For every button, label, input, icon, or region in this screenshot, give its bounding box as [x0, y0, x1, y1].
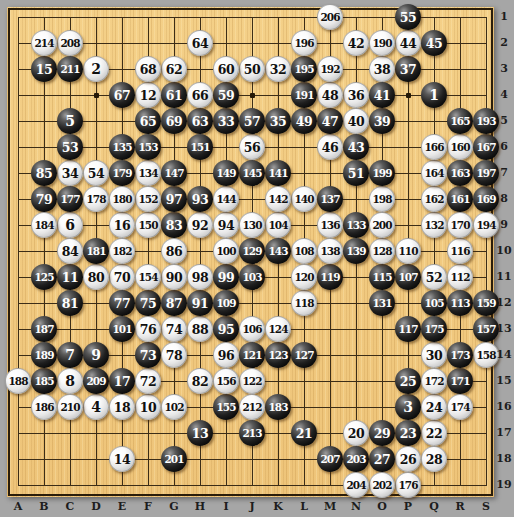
- white-stone-72-F15: 72: [135, 368, 161, 394]
- black-stone-107-P11: 107: [395, 264, 421, 290]
- black-stone-97-G8: 97: [161, 186, 187, 212]
- black-stone-75-F12: 75: [135, 290, 161, 316]
- black-stone-35-K5: 35: [265, 108, 291, 134]
- column-label-P: P: [395, 500, 421, 514]
- white-stone-184-B9: 184: [31, 212, 57, 238]
- white-stone-42-N2: 42: [343, 30, 369, 56]
- black-stone-11-C11: 11: [57, 264, 83, 290]
- white-stone-20-N17: 20: [343, 420, 369, 446]
- white-stone-118-L12: 118: [291, 290, 317, 316]
- white-stone-4-D16: 4: [83, 394, 109, 420]
- black-stone-27-O18: 27: [369, 446, 395, 472]
- white-stone-120-L11: 120: [291, 264, 317, 290]
- go-game-diagram: 1234567891011121314151617182021222324252…: [0, 0, 514, 517]
- row-label-4: 4: [494, 82, 514, 108]
- black-stone-207-M18: 207: [317, 446, 343, 472]
- black-stone-133-N9: 133: [343, 212, 369, 238]
- white-stone-102-G16: 102: [161, 394, 187, 420]
- black-stone-185-B15: 185: [31, 368, 57, 394]
- white-stone-186-B16: 186: [31, 394, 57, 420]
- row-label-10: 10: [494, 238, 514, 264]
- white-stone-138-M10: 138: [317, 238, 343, 264]
- black-stone-29-O17: 29: [369, 420, 395, 446]
- row-label-12: 12: [494, 290, 514, 316]
- row-label-9: 9: [494, 212, 514, 238]
- black-stone-123-K14: 123: [265, 342, 291, 368]
- row-label-16: 16: [494, 394, 514, 420]
- white-stone-74-G13: 74: [161, 316, 187, 342]
- black-stone-43-N6: 43: [343, 134, 369, 160]
- white-stone-86-G10: 86: [161, 238, 187, 264]
- black-stone-161-R8: 161: [447, 186, 473, 212]
- row-label-5: 5: [494, 108, 514, 134]
- white-stone-122-J15: 122: [239, 368, 265, 394]
- black-stone-151-H6: 151: [187, 134, 213, 160]
- black-stone-139-N10: 139: [343, 238, 369, 264]
- row-label-11: 11: [494, 264, 514, 290]
- white-stone-200-O9: 200: [369, 212, 395, 238]
- white-stone-6-C9: 6: [57, 212, 83, 238]
- black-stone-211-C3: 211: [57, 56, 83, 82]
- black-stone-203-N18: 203: [343, 446, 369, 472]
- white-stone-18-E16: 18: [109, 394, 135, 420]
- black-stone-93-H8: 93: [187, 186, 213, 212]
- white-stone-22-Q17: 22: [421, 420, 447, 446]
- black-stone-165-R5: 165: [447, 108, 473, 134]
- white-stone-10-F16: 10: [135, 394, 161, 420]
- row-label-6: 6: [494, 134, 514, 160]
- row-label-3: 3: [494, 56, 514, 82]
- black-stone-127-L14: 127: [291, 342, 317, 368]
- white-stone-2-D3: 2: [83, 56, 109, 82]
- white-stone-32-K3: 32: [265, 56, 291, 82]
- black-stone-179-E7: 179: [109, 160, 135, 186]
- row-label-8: 8: [494, 186, 514, 212]
- black-stone-145-J7: 145: [239, 160, 265, 186]
- white-stone-92-H9: 92: [187, 212, 213, 238]
- black-stone-51-N7: 51: [343, 160, 369, 186]
- black-stone-41-O4: 41: [369, 82, 395, 108]
- black-stone-199-O7: 199: [369, 160, 395, 186]
- row-label-18: 18: [494, 446, 514, 472]
- board-intersections[interactable]: 1234567891011121314151617182021222324252…: [5, 4, 499, 498]
- black-stone-67-E4: 67: [109, 82, 135, 108]
- white-stone-30-Q14: 30: [421, 342, 447, 368]
- white-stone-202-O19: 202: [369, 472, 395, 498]
- white-stone-68-F3: 68: [135, 56, 161, 82]
- white-stone-188-A15: 188: [5, 368, 31, 394]
- white-stone-136-M9: 136: [317, 212, 343, 238]
- black-stone-105-Q12: 105: [421, 290, 447, 316]
- column-label-Q: Q: [421, 500, 447, 514]
- white-stone-62-G3: 62: [161, 56, 187, 82]
- black-stone-91-H12: 91: [187, 290, 213, 316]
- black-stone-53-C6: 53: [57, 134, 83, 160]
- black-stone-15-B3: 15: [31, 56, 57, 82]
- white-stone-214-B2: 214: [31, 30, 57, 56]
- black-stone-73-F14: 73: [135, 342, 161, 368]
- column-label-L: L: [291, 500, 317, 514]
- black-stone-113-R12: 113: [447, 290, 473, 316]
- row-label-14: 14: [494, 342, 514, 368]
- column-label-R: R: [447, 500, 473, 514]
- white-stone-206-M1: 206: [317, 4, 343, 30]
- white-stone-106-J13: 106: [239, 316, 265, 342]
- black-stone-87-G12: 87: [161, 290, 187, 316]
- white-stone-36-N4: 36: [343, 82, 369, 108]
- black-stone-131-O12: 131: [369, 290, 395, 316]
- white-stone-176-P19: 176: [395, 472, 421, 498]
- black-stone-101-E13: 101: [109, 316, 135, 342]
- black-stone-37-P3: 37: [395, 56, 421, 82]
- black-stone-17-E15: 17: [109, 368, 135, 394]
- white-stone-212-J16: 212: [239, 394, 265, 420]
- black-stone-153-F6: 153: [135, 134, 161, 160]
- black-stone-147-G7: 147: [161, 160, 187, 186]
- row-label-19: 19: [494, 472, 514, 498]
- white-stone-46-M6: 46: [317, 134, 343, 160]
- white-stone-70-E11: 70: [109, 264, 135, 290]
- row-label-17: 17: [494, 420, 514, 446]
- black-stone-143-K10: 143: [265, 238, 291, 264]
- white-stone-116-R10: 116: [447, 238, 473, 264]
- black-stone-201-G18: 201: [161, 446, 187, 472]
- black-stone-61-G4: 61: [161, 82, 187, 108]
- white-stone-132-Q9: 132: [421, 212, 447, 238]
- black-stone-209-D15: 209: [83, 368, 109, 394]
- white-stone-96-I14: 96: [213, 342, 239, 368]
- white-stone-130-J9: 130: [239, 212, 265, 238]
- white-stone-190-O2: 190: [369, 30, 395, 56]
- white-stone-60-I3: 60: [213, 56, 239, 82]
- black-stone-129-J10: 129: [239, 238, 265, 264]
- black-stone-189-B14: 189: [31, 342, 57, 368]
- white-stone-162-Q8: 162: [421, 186, 447, 212]
- white-stone-56-J6: 56: [239, 134, 265, 160]
- column-labels: ABCDEFGHIJKLMNOPQRS: [5, 500, 499, 514]
- white-stone-160-R6: 160: [447, 134, 473, 160]
- white-stone-180-E8: 180: [109, 186, 135, 212]
- row-label-2: 2: [494, 30, 514, 56]
- white-stone-128-O10: 128: [369, 238, 395, 264]
- column-label-C: C: [57, 500, 83, 514]
- white-stone-54-D7: 54: [83, 160, 109, 186]
- row-label-13: 13: [494, 316, 514, 342]
- black-stone-141-K7: 141: [265, 160, 291, 186]
- white-stone-8-C15: 8: [57, 368, 83, 394]
- white-stone-134-F7: 134: [135, 160, 161, 186]
- white-stone-82-H15: 82: [187, 368, 213, 394]
- black-stone-49-L5: 49: [291, 108, 317, 134]
- white-stone-196-L2: 196: [291, 30, 317, 56]
- black-stone-9-D14: 9: [83, 342, 109, 368]
- black-stone-149-I7: 149: [213, 160, 239, 186]
- white-stone-164-Q7: 164: [421, 160, 447, 186]
- black-stone-23-P17: 23: [395, 420, 421, 446]
- white-stone-198-O8: 198: [369, 186, 395, 212]
- white-stone-210-C16: 210: [57, 394, 83, 420]
- black-stone-21-L17: 21: [291, 420, 317, 446]
- white-stone-152-F8: 152: [135, 186, 161, 212]
- white-stone-150-F9: 150: [135, 212, 161, 238]
- white-stone-40-N5: 40: [343, 108, 369, 134]
- column-label-K: K: [265, 500, 291, 514]
- white-stone-48-M4: 48: [317, 82, 343, 108]
- row-labels: 12345678910111213141516171819: [494, 4, 514, 498]
- white-stone-90-G11: 90: [161, 264, 187, 290]
- black-stone-171-R15: 171: [447, 368, 473, 394]
- black-stone-213-J17: 213: [239, 420, 265, 446]
- black-stone-47-M5: 47: [317, 108, 343, 134]
- white-stone-94-I9: 94: [213, 212, 239, 238]
- black-stone-173-R14: 173: [447, 342, 473, 368]
- black-stone-155-I16: 155: [213, 394, 239, 420]
- white-stone-192-M3: 192: [317, 56, 343, 82]
- black-stone-103-J11: 103: [239, 264, 265, 290]
- black-stone-5-C5: 5: [57, 108, 83, 134]
- white-stone-44-P2: 44: [395, 30, 421, 56]
- black-stone-45-Q2: 45: [421, 30, 447, 56]
- black-stone-115-O11: 115: [369, 264, 395, 290]
- white-stone-34-C7: 34: [57, 160, 83, 186]
- black-stone-3-P16: 3: [395, 394, 421, 420]
- column-label-E: E: [109, 500, 135, 514]
- column-label-A: A: [5, 500, 31, 514]
- black-stone-121-J14: 121: [239, 342, 265, 368]
- column-label-F: F: [135, 500, 161, 514]
- white-stone-156-I15: 156: [213, 368, 239, 394]
- black-stone-137-M8: 137: [317, 186, 343, 212]
- black-stone-99-I11: 99: [213, 264, 239, 290]
- white-stone-174-R16: 174: [447, 394, 473, 420]
- black-stone-181-D10: 181: [83, 238, 109, 264]
- white-stone-178-D8: 178: [83, 186, 109, 212]
- black-stone-119-M11: 119: [317, 264, 343, 290]
- row-label-7: 7: [494, 160, 514, 186]
- white-stone-144-I8: 144: [213, 186, 239, 212]
- white-stone-112-R11: 112: [447, 264, 473, 290]
- black-stone-7-C14: 7: [57, 342, 83, 368]
- column-label-G: G: [161, 500, 187, 514]
- column-label-O: O: [369, 500, 395, 514]
- white-stone-52-Q11: 52: [421, 264, 447, 290]
- black-stone-135-E6: 135: [109, 134, 135, 160]
- column-label-N: N: [343, 500, 369, 514]
- white-stone-154-F11: 154: [135, 264, 161, 290]
- black-stone-65-F5: 65: [135, 108, 161, 134]
- white-stone-170-R9: 170: [447, 212, 473, 238]
- column-label-D: D: [83, 500, 109, 514]
- black-stone-81-C12: 81: [57, 290, 83, 316]
- black-stone-55-P1: 55: [395, 4, 421, 30]
- white-stone-38-O3: 38: [369, 56, 395, 82]
- white-stone-100-I10: 100: [213, 238, 239, 264]
- white-stone-26-P18: 26: [395, 446, 421, 472]
- white-stone-140-L8: 140: [291, 186, 317, 212]
- black-stone-187-B13: 187: [31, 316, 57, 342]
- black-stone-33-I5: 33: [213, 108, 239, 134]
- white-stone-204-N19: 204: [343, 472, 369, 498]
- black-stone-175-Q13: 175: [421, 316, 447, 342]
- row-label-1: 1: [494, 4, 514, 30]
- column-label-H: H: [187, 500, 213, 514]
- white-stone-66-H4: 66: [187, 82, 213, 108]
- black-stone-63-H5: 63: [187, 108, 213, 134]
- black-stone-79-B8: 79: [31, 186, 57, 212]
- row-label-15: 15: [494, 368, 514, 394]
- black-stone-69-G5: 69: [161, 108, 187, 134]
- black-stone-85-B7: 85: [31, 160, 57, 186]
- white-stone-50-J3: 50: [239, 56, 265, 82]
- white-stone-124-K13: 124: [265, 316, 291, 342]
- white-stone-12-F4: 12: [135, 82, 161, 108]
- black-stone-125-B11: 125: [31, 264, 57, 290]
- white-stone-76-F13: 76: [135, 316, 161, 342]
- black-stone-95-I13: 95: [213, 316, 239, 342]
- white-stone-88-H13: 88: [187, 316, 213, 342]
- white-stone-16-E9: 16: [109, 212, 135, 238]
- black-stone-109-I12: 109: [213, 290, 239, 316]
- white-stone-108-L10: 108: [291, 238, 317, 264]
- white-stone-28-Q18: 28: [421, 446, 447, 472]
- black-stone-13-H17: 13: [187, 420, 213, 446]
- white-stone-78-G14: 78: [161, 342, 187, 368]
- column-label-M: M: [317, 500, 343, 514]
- black-stone-83-G9: 83: [161, 212, 187, 238]
- white-stone-166-Q6: 166: [421, 134, 447, 160]
- black-stone-25-P15: 25: [395, 368, 421, 394]
- black-stone-163-R7: 163: [447, 160, 473, 186]
- column-label-S: S: [473, 500, 499, 514]
- black-stone-117-P13: 117: [395, 316, 421, 342]
- white-stone-80-D11: 80: [83, 264, 109, 290]
- white-stone-208-C2: 208: [57, 30, 83, 56]
- white-stone-24-Q16: 24: [421, 394, 447, 420]
- white-stone-104-K9: 104: [265, 212, 291, 238]
- black-stone-39-O5: 39: [369, 108, 395, 134]
- white-stone-110-P10: 110: [395, 238, 421, 264]
- black-stone-77-E12: 77: [109, 290, 135, 316]
- white-stone-14-E18: 14: [109, 446, 135, 472]
- white-stone-84-C10: 84: [57, 238, 83, 264]
- white-stone-64-H2: 64: [187, 30, 213, 56]
- black-stone-177-C8: 177: [57, 186, 83, 212]
- white-stone-98-H11: 98: [187, 264, 213, 290]
- column-label-I: I: [213, 500, 239, 514]
- black-stone-183-K16: 183: [265, 394, 291, 420]
- black-stone-57-J5: 57: [239, 108, 265, 134]
- black-stone-191-L4: 191: [291, 82, 317, 108]
- black-stone-195-L3: 195: [291, 56, 317, 82]
- white-stone-182-E10: 182: [109, 238, 135, 264]
- black-stone-1-Q4: 1: [421, 82, 447, 108]
- white-stone-172-Q15: 172: [421, 368, 447, 394]
- column-label-J: J: [239, 500, 265, 514]
- column-label-B: B: [31, 500, 57, 514]
- white-stone-142-K8: 142: [265, 186, 291, 212]
- black-stone-59-I4: 59: [213, 82, 239, 108]
